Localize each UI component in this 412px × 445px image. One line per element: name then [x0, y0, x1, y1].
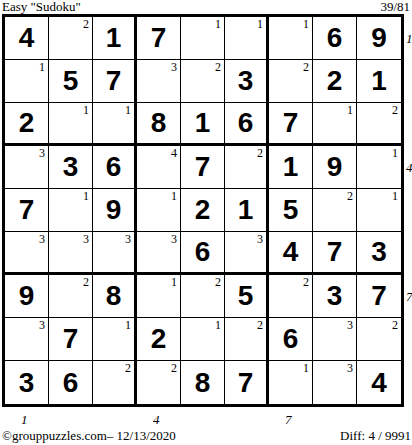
cell-r2c7[interactable]: 2	[269, 60, 313, 103]
given-digit: 5	[225, 275, 266, 317]
cell-r8c1[interactable]: 3	[5, 318, 49, 361]
cell-r8c5[interactable]: 1	[181, 318, 225, 361]
corner-mark: 1	[171, 275, 177, 289]
cell-r6c8[interactable]: 7	[313, 232, 357, 275]
corner-mark: 3	[39, 232, 45, 246]
cell-r7c3[interactable]: 8	[93, 275, 137, 318]
cell-r2c4[interactable]: 3	[137, 60, 181, 103]
given-digit: 7	[225, 361, 266, 404]
cell-r2c6[interactable]: 3	[225, 60, 269, 103]
cell-r5c7[interactable]: 5	[269, 189, 313, 232]
cell-r1c4[interactable]: 7	[137, 17, 181, 60]
corner-mark: 3	[39, 318, 45, 332]
corner-mark: 1	[303, 361, 309, 375]
cell-r7c2[interactable]: 2	[49, 275, 93, 318]
corner-mark: 2	[347, 189, 353, 203]
given-digit: 5	[49, 60, 92, 102]
corner-mark: 2	[392, 318, 398, 332]
corner-mark: 1	[39, 60, 45, 74]
cell-r5c1[interactable]: 7	[5, 189, 49, 232]
given-digit: 9	[5, 275, 48, 317]
cell-r9c5[interactable]: 8	[181, 361, 225, 404]
given-digit: 7	[5, 189, 48, 231]
cell-r5c2[interactable]: 1	[49, 189, 93, 232]
cell-r5c9[interactable]: 1	[357, 189, 401, 232]
corner-mark: 2	[303, 60, 309, 74]
copyright-date-text: ©grouppuzzles.com– 12/13/2020	[2, 429, 176, 443]
cell-r1c2[interactable]: 2	[49, 17, 93, 60]
cell-r3c3[interactable]: 1	[93, 103, 137, 146]
cell-r6c5[interactable]: 6	[181, 232, 225, 275]
corner-mark: 4	[171, 146, 177, 160]
cell-r7c7[interactable]: 2	[269, 275, 313, 318]
corner-mark: 2	[257, 146, 263, 160]
cell-r5c3[interactable]: 9	[93, 189, 137, 232]
difficulty-text: Diff: 4 / 9991	[340, 429, 411, 443]
corner-mark: 3	[125, 232, 131, 246]
given-digit: 9	[93, 189, 134, 231]
cell-r7c5[interactable]: 2	[181, 275, 225, 318]
cell-r4c9[interactable]: 1	[357, 146, 401, 189]
cell-r9c9[interactable]: 4	[357, 361, 401, 404]
given-digit: 6	[49, 361, 92, 404]
cell-r5c5[interactable]: 2	[181, 189, 225, 232]
header: Easy "Sudoku" 39/81	[2, 0, 410, 14]
corner-mark: 3	[171, 60, 177, 74]
given-digit: 2	[181, 189, 224, 231]
corner-mark: 2	[303, 275, 309, 289]
cell-r3c1[interactable]: 2	[5, 103, 49, 146]
cell-r8c3[interactable]: 1	[93, 318, 137, 361]
cell-r2c2[interactable]: 5	[49, 60, 93, 103]
corner-mark: 1	[257, 17, 263, 31]
cell-r6c7[interactable]: 4	[269, 232, 313, 275]
corner-mark: 1	[171, 189, 177, 203]
corner-mark: 3	[347, 318, 353, 332]
given-digit: 1	[93, 17, 134, 59]
cell-r3c9[interactable]: 2	[357, 103, 401, 146]
cell-r6c6[interactable]: 3	[225, 232, 269, 275]
row-marker-4: 4	[406, 160, 412, 175]
cell-r9c4[interactable]: 2	[137, 361, 181, 404]
cell-r6c3[interactable]: 3	[93, 232, 137, 275]
cell-r4c6[interactable]: 2	[225, 146, 269, 189]
corner-mark: 3	[39, 146, 45, 160]
given-digit: 9	[357, 17, 401, 59]
cell-r1c5[interactable]: 1	[181, 17, 225, 60]
cell-r8c7[interactable]: 6	[269, 318, 313, 361]
given-digit: 6	[313, 17, 356, 59]
cell-r7c8[interactable]: 3	[313, 275, 357, 318]
given-digit: 2	[5, 103, 48, 143]
given-digit: 1	[269, 146, 312, 188]
cell-r4c1[interactable]: 3	[5, 146, 49, 189]
cell-r6c2[interactable]: 3	[49, 232, 93, 275]
given-digit: 7	[269, 103, 312, 143]
cell-r8c9[interactable]: 2	[357, 318, 401, 361]
cell-r5c6[interactable]: 1	[225, 189, 269, 232]
cell-r2c8[interactable]: 2	[313, 60, 357, 103]
given-digit: 3	[357, 232, 401, 272]
given-digit: 8	[93, 275, 134, 317]
col-marker-7: 7	[285, 412, 292, 427]
cell-r1c9[interactable]: 9	[357, 17, 401, 60]
cell-r2c9[interactable]: 1	[357, 60, 401, 103]
cell-r9c2[interactable]: 6	[49, 361, 93, 404]
cell-r4c5[interactable]: 7	[181, 146, 225, 189]
corner-mark: 1	[215, 318, 221, 332]
given-digit: 3	[5, 361, 48, 404]
given-digit: 2	[137, 318, 180, 360]
corner-mark: 1	[125, 318, 131, 332]
corner-mark: 1	[392, 189, 398, 203]
cell-r8c4[interactable]: 2	[137, 318, 181, 361]
cell-r7c6[interactable]: 5	[225, 275, 269, 318]
corner-mark: 2	[125, 361, 131, 375]
cell-r5c8[interactable]: 2	[313, 189, 357, 232]
cell-r6c1[interactable]: 3	[5, 232, 49, 275]
cell-r4c2[interactable]: 3	[49, 146, 93, 189]
cell-r7c1[interactable]: 9	[5, 275, 49, 318]
cell-r4c7[interactable]: 1	[269, 146, 313, 189]
corner-mark: 3	[171, 232, 177, 246]
corner-mark: 2	[392, 103, 398, 117]
corner-mark: 1	[392, 146, 398, 160]
cell-r4c3[interactable]: 6	[93, 146, 137, 189]
given-digit: 7	[93, 60, 134, 102]
corner-mark: 3	[83, 232, 89, 246]
cell-r1c1[interactable]: 4	[5, 17, 49, 60]
given-digit: 8	[137, 103, 180, 143]
given-digit: 7	[313, 232, 356, 272]
cell-r9c1[interactable]: 3	[5, 361, 49, 404]
cell-r3c7[interactable]: 7	[269, 103, 313, 146]
cell-r8c6[interactable]: 2	[225, 318, 269, 361]
corner-mark: 2	[83, 17, 89, 31]
given-digit: 9	[313, 146, 356, 188]
row-marker-7: 7	[406, 289, 412, 304]
cell-r1c7[interactable]: 1	[269, 17, 313, 60]
cell-r9c6[interactable]: 7	[225, 361, 269, 404]
cell-r7c4[interactable]: 1	[137, 275, 181, 318]
sudoku-board: 4217111691573232212118167123364721917191…	[2, 14, 404, 407]
corner-mark: 2	[83, 275, 89, 289]
cell-r6c4[interactable]: 3	[137, 232, 181, 275]
given-digit: 1	[225, 189, 266, 231]
corner-mark: 1	[303, 17, 309, 31]
cell-r1c8[interactable]: 6	[313, 17, 357, 60]
given-digit: 3	[49, 146, 92, 188]
cell-r8c2[interactable]: 7	[49, 318, 93, 361]
cell-r1c6[interactable]: 1	[225, 17, 269, 60]
given-digit: 5	[269, 189, 312, 231]
cell-r2c5[interactable]: 2	[181, 60, 225, 103]
cell-r7c9[interactable]: 7	[357, 275, 401, 318]
given-digit: 2	[313, 60, 356, 102]
corner-mark: 1	[83, 189, 89, 203]
cell-r8c8[interactable]: 3	[313, 318, 357, 361]
corner-mark: 1	[83, 103, 89, 117]
given-digit: 3	[225, 60, 266, 102]
cell-r3c6[interactable]: 6	[225, 103, 269, 146]
cell-r9c3[interactable]: 2	[93, 361, 137, 404]
cell-r4c4[interactable]: 4	[137, 146, 181, 189]
corner-mark: 1	[347, 103, 353, 117]
given-digit: 6	[269, 318, 312, 360]
cell-r3c8[interactable]: 1	[313, 103, 357, 146]
col-marker-4: 4	[153, 412, 160, 427]
cell-r1c3[interactable]: 1	[93, 17, 137, 60]
corner-mark: 3	[257, 232, 263, 246]
cell-r4c8[interactable]: 9	[313, 146, 357, 189]
given-digit: 6	[93, 146, 134, 188]
given-digit: 8	[181, 361, 224, 404]
cell-r6c9[interactable]: 3	[357, 232, 401, 275]
cell-r5c4[interactable]: 1	[137, 189, 181, 232]
cell-r9c8[interactable]: 3	[313, 361, 357, 404]
footer: ©grouppuzzles.com– 12/13/2020 Diff: 4 / …	[2, 429, 411, 443]
corner-mark: 2	[215, 275, 221, 289]
corner-mark: 2	[215, 60, 221, 74]
given-digit: 6	[225, 103, 266, 143]
given-digit: 7	[357, 275, 401, 317]
cell-r3c4[interactable]: 8	[137, 103, 181, 146]
cell-r9c7[interactable]: 1	[269, 361, 313, 404]
given-digit: 6	[181, 232, 224, 272]
given-digit: 4	[357, 361, 401, 404]
given-digit: 7	[49, 318, 92, 360]
given-digit: 7	[181, 146, 224, 188]
given-digit: 4	[269, 232, 312, 272]
given-digit: 3	[313, 275, 356, 317]
given-digit: 7	[137, 17, 180, 59]
given-digit: 4	[5, 17, 48, 59]
cell-r2c3[interactable]: 7	[93, 60, 137, 103]
corner-mark: 1	[125, 103, 131, 117]
corner-mark: 1	[215, 17, 221, 31]
row-marker-1: 1	[406, 31, 412, 46]
corner-mark: 2	[257, 318, 263, 332]
corner-mark: 3	[347, 361, 353, 375]
given-digit: 1	[357, 60, 401, 102]
cell-r3c2[interactable]: 1	[49, 103, 93, 146]
cell-r3c5[interactable]: 1	[181, 103, 225, 146]
progress-counter: 39/81	[380, 0, 410, 14]
col-marker-1: 1	[21, 412, 28, 427]
puzzle-title: Easy "Sudoku"	[2, 0, 81, 14]
given-digit: 1	[181, 103, 224, 143]
corner-mark: 2	[171, 361, 177, 375]
cell-r2c1[interactable]: 1	[5, 60, 49, 103]
